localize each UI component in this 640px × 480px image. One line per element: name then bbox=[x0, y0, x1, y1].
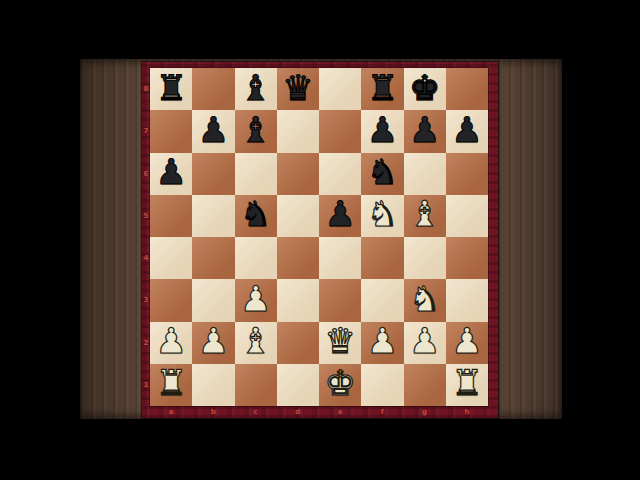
piece-black-pawn[interactable]: ♟ bbox=[198, 113, 229, 148]
piece-white-king[interactable]: ♚ bbox=[324, 366, 355, 401]
square-b2[interactable]: ♟ bbox=[192, 322, 234, 364]
square-b3[interactable] bbox=[192, 279, 234, 321]
piece-white-rook[interactable]: ♜ bbox=[155, 366, 186, 401]
piece-black-king[interactable]: ♚ bbox=[409, 71, 440, 106]
piece-black-queen[interactable]: ♛ bbox=[282, 71, 313, 106]
square-g4[interactable] bbox=[404, 237, 446, 279]
square-e6[interactable] bbox=[319, 153, 361, 195]
board-squares: ♜♝♛♜♚♟♝♟♟♟♟♞♞♟♞♝♟♞♟♟♝♛♟♟♟♜♚♜ bbox=[150, 68, 488, 406]
square-e7[interactable] bbox=[319, 110, 361, 152]
square-f2[interactable]: ♟ bbox=[361, 322, 403, 364]
square-c3[interactable]: ♟ bbox=[235, 279, 277, 321]
rank-labels: 87654321 bbox=[142, 68, 150, 406]
square-g2[interactable]: ♟ bbox=[404, 322, 446, 364]
rank-label-4: 4 bbox=[142, 237, 150, 279]
square-d3[interactable] bbox=[277, 279, 319, 321]
piece-black-bishop[interactable]: ♝ bbox=[240, 113, 271, 148]
square-b5[interactable] bbox=[192, 195, 234, 237]
piece-white-bishop[interactable]: ♝ bbox=[240, 324, 271, 359]
square-d7[interactable] bbox=[277, 110, 319, 152]
square-f7[interactable]: ♟ bbox=[361, 110, 403, 152]
square-e2[interactable]: ♛ bbox=[319, 322, 361, 364]
square-g3[interactable]: ♞ bbox=[404, 279, 446, 321]
piece-black-rook[interactable]: ♜ bbox=[155, 71, 186, 106]
square-c7[interactable]: ♝ bbox=[235, 110, 277, 152]
square-h8[interactable] bbox=[446, 68, 488, 110]
rank-label-8: 8 bbox=[142, 68, 150, 110]
square-c1[interactable] bbox=[235, 364, 277, 406]
square-h5[interactable] bbox=[446, 195, 488, 237]
piece-black-pawn[interactable]: ♟ bbox=[409, 113, 440, 148]
square-g8[interactable]: ♚ bbox=[404, 68, 446, 110]
piece-black-rook[interactable]: ♜ bbox=[367, 71, 398, 106]
square-a4[interactable] bbox=[150, 237, 192, 279]
file-label-d: d bbox=[277, 406, 319, 418]
square-a7[interactable] bbox=[150, 110, 192, 152]
file-label-e: e bbox=[319, 406, 361, 418]
square-g1[interactable] bbox=[404, 364, 446, 406]
wood-background: 87654321 ♜♝♛♜♚♟♝♟♟♟♟♞♞♟♞♝♟♞♟♟♝♛♟♟♟♜♚♜ ab… bbox=[80, 59, 562, 419]
piece-black-pawn[interactable]: ♟ bbox=[367, 113, 398, 148]
square-e4[interactable] bbox=[319, 237, 361, 279]
square-a2[interactable]: ♟ bbox=[150, 322, 192, 364]
file-label-g: g bbox=[404, 406, 446, 418]
square-b4[interactable] bbox=[192, 237, 234, 279]
square-g7[interactable]: ♟ bbox=[404, 110, 446, 152]
piece-white-pawn[interactable]: ♟ bbox=[451, 324, 482, 359]
piece-white-pawn[interactable]: ♟ bbox=[198, 324, 229, 359]
square-c8[interactable]: ♝ bbox=[235, 68, 277, 110]
piece-white-pawn[interactable]: ♟ bbox=[409, 324, 440, 359]
piece-black-pawn[interactable]: ♟ bbox=[324, 197, 355, 232]
square-d2[interactable] bbox=[277, 322, 319, 364]
piece-white-bishop[interactable]: ♝ bbox=[409, 197, 440, 232]
rank-label-5: 5 bbox=[142, 195, 150, 237]
rank-label-1: 1 bbox=[142, 364, 150, 406]
square-c5[interactable]: ♞ bbox=[235, 195, 277, 237]
square-h3[interactable] bbox=[446, 279, 488, 321]
file-label-c: c bbox=[235, 406, 277, 418]
square-a1[interactable]: ♜ bbox=[150, 364, 192, 406]
square-f5[interactable]: ♞ bbox=[361, 195, 403, 237]
rank-label-3: 3 bbox=[142, 279, 150, 321]
square-h7[interactable]: ♟ bbox=[446, 110, 488, 152]
piece-white-rook[interactable]: ♜ bbox=[451, 366, 482, 401]
square-b1[interactable] bbox=[192, 364, 234, 406]
square-c2[interactable]: ♝ bbox=[235, 322, 277, 364]
square-h2[interactable]: ♟ bbox=[446, 322, 488, 364]
piece-black-knight[interactable]: ♞ bbox=[367, 155, 398, 190]
square-e8[interactable] bbox=[319, 68, 361, 110]
rank-label-7: 7 bbox=[142, 110, 150, 152]
square-a8[interactable]: ♜ bbox=[150, 68, 192, 110]
piece-black-pawn[interactable]: ♟ bbox=[155, 155, 186, 190]
square-a3[interactable] bbox=[150, 279, 192, 321]
square-f6[interactable]: ♞ bbox=[361, 153, 403, 195]
square-b8[interactable] bbox=[192, 68, 234, 110]
piece-black-pawn[interactable]: ♟ bbox=[451, 113, 482, 148]
rank-label-6: 6 bbox=[142, 153, 150, 195]
piece-white-knight[interactable]: ♞ bbox=[409, 282, 440, 317]
square-g5[interactable]: ♝ bbox=[404, 195, 446, 237]
piece-white-queen[interactable]: ♛ bbox=[324, 324, 355, 359]
square-h4[interactable] bbox=[446, 237, 488, 279]
file-label-f: f bbox=[361, 406, 403, 418]
square-d4[interactable] bbox=[277, 237, 319, 279]
square-c6[interactable] bbox=[235, 153, 277, 195]
square-h6[interactable] bbox=[446, 153, 488, 195]
square-c4[interactable] bbox=[235, 237, 277, 279]
piece-white-knight[interactable]: ♞ bbox=[367, 197, 398, 232]
file-labels: abcdefgh bbox=[150, 406, 488, 418]
square-f8[interactable]: ♜ bbox=[361, 68, 403, 110]
file-label-h: h bbox=[446, 406, 488, 418]
square-e5[interactable]: ♟ bbox=[319, 195, 361, 237]
square-f1[interactable] bbox=[361, 364, 403, 406]
piece-white-pawn[interactable]: ♟ bbox=[155, 324, 186, 359]
square-e3[interactable] bbox=[319, 279, 361, 321]
piece-black-knight[interactable]: ♞ bbox=[240, 197, 271, 232]
rank-label-2: 2 bbox=[142, 322, 150, 364]
square-h1[interactable]: ♜ bbox=[446, 364, 488, 406]
file-label-a: a bbox=[150, 406, 192, 418]
square-e1[interactable]: ♚ bbox=[319, 364, 361, 406]
file-label-b: b bbox=[192, 406, 234, 418]
piece-black-bishop[interactable]: ♝ bbox=[240, 71, 271, 106]
square-d8[interactable]: ♛ bbox=[277, 68, 319, 110]
square-f4[interactable] bbox=[361, 237, 403, 279]
piece-white-pawn[interactable]: ♟ bbox=[367, 324, 398, 359]
square-a5[interactable] bbox=[150, 195, 192, 237]
square-a6[interactable]: ♟ bbox=[150, 153, 192, 195]
square-f3[interactable] bbox=[361, 279, 403, 321]
square-b6[interactable] bbox=[192, 153, 234, 195]
square-d1[interactable] bbox=[277, 364, 319, 406]
square-d5[interactable] bbox=[277, 195, 319, 237]
piece-white-pawn[interactable]: ♟ bbox=[240, 282, 271, 317]
square-d6[interactable] bbox=[277, 153, 319, 195]
chessboard: 87654321 ♜♝♛♜♚♟♝♟♟♟♟♞♞♟♞♝♟♞♟♟♝♛♟♟♟♜♚♜ ab… bbox=[142, 62, 498, 418]
square-b7[interactable]: ♟ bbox=[192, 110, 234, 152]
square-g6[interactable] bbox=[404, 153, 446, 195]
letterboxed-frame: { "game": "chess", "position": { "fen": … bbox=[0, 0, 640, 480]
